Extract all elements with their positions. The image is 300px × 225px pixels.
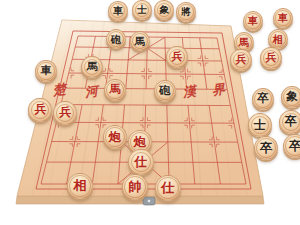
piece-character: 兵 [172,51,183,62]
piece-character: 兵 [236,54,247,65]
piece-character: 將 [181,7,191,17]
board-red-piece[interactable]: 兵 [53,101,77,125]
board-black-piece[interactable]: 象 [154,0,173,19]
piece-character: 馬 [239,37,249,47]
piece-character: 仕 [135,155,148,168]
piece-character: 車 [278,13,288,23]
piece-character: 馬 [87,61,98,72]
piece-character: 馬 [135,36,145,46]
piece-character: 車 [41,65,52,76]
piece-character: 象 [286,91,297,102]
piece-character: 兵 [59,107,71,119]
piece-character: 砲 [111,34,121,44]
captured-black-piece[interactable]: 士 [248,113,272,137]
xiangqi-scene: 楚河漢界 車士象將砲馬車馬砲兵馬兵兵炮炮仕帥仕相車車馬相兵兵卒象士卒卒卒 [0,0,300,225]
piece-character: 卒 [289,139,300,151]
piece-character: 炮 [134,135,146,147]
piece-character: 車 [113,6,123,16]
captured-red-piece[interactable]: 兵 [260,47,281,68]
captured-black-piece[interactable]: 象 [281,86,300,109]
piece-character: 相 [273,34,283,44]
board-red-piece[interactable]: 兵 [28,98,51,121]
piece-character: 相 [73,179,86,192]
piece-character: 馬 [109,84,120,95]
piece-character: 卒 [285,116,297,128]
piece-character: 仕 [161,181,174,194]
captured-black-piece[interactable]: 卒 [279,110,300,134]
piece-character: 兵 [34,104,46,116]
board-red-piece[interactable]: 仕 [128,149,153,174]
board-black-piece[interactable]: 士 [132,0,151,19]
captured-red-piece[interactable]: 兵 [230,49,251,70]
piece-character: 兵 [266,52,277,63]
piece-character: 車 [248,16,258,26]
captured-red-piece[interactable]: 車 [273,8,293,28]
piece-character: 象 [159,5,169,15]
board-black-piece[interactable]: 車 [108,1,127,20]
board-black-piece[interactable]: 將 [176,2,195,21]
board-red-piece[interactable]: 兵 [166,46,187,67]
piece-character: 士 [137,5,147,15]
board-black-piece[interactable]: 車 [35,60,57,82]
board-black-piece[interactable]: 馬 [81,56,103,78]
piece-character: 士 [254,119,266,131]
captured-red-piece[interactable]: 車 [243,11,263,31]
piece-character: 卒 [260,141,272,153]
piece-character: 炮 [109,130,121,142]
piece-character: 卒 [257,93,268,104]
piece-character: 帥 [128,180,141,193]
piece-character: 砲 [159,85,170,96]
